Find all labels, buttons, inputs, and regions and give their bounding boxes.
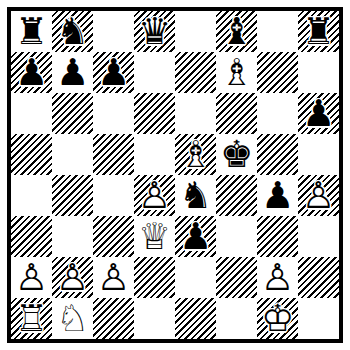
piece-fill-glyph: ♜ <box>298 11 339 52</box>
piece-fill-glyph: ♟ <box>298 93 339 134</box>
square-f4[interactable] <box>216 175 257 216</box>
square-h2[interactable] <box>298 257 339 298</box>
piece-black-pawn[interactable]: ♟ <box>11 52 52 93</box>
square-a3[interactable] <box>11 216 52 257</box>
piece-outline-glyph: ♙ <box>52 257 93 298</box>
square-b2[interactable]: ♟♙ <box>52 257 93 298</box>
square-e7[interactable] <box>175 52 216 93</box>
square-d1[interactable] <box>134 298 175 339</box>
square-a2[interactable]: ♟♙ <box>11 257 52 298</box>
square-b4[interactable] <box>52 175 93 216</box>
piece-fill-glyph: ♟ <box>52 52 93 93</box>
square-h1[interactable] <box>298 298 339 339</box>
square-c3[interactable] <box>93 216 134 257</box>
piece-fill-glyph: ♚ <box>216 134 257 175</box>
square-d8[interactable]: ♛ <box>134 11 175 52</box>
square-c4[interactable] <box>93 175 134 216</box>
square-b5[interactable] <box>52 134 93 175</box>
square-c6[interactable] <box>93 93 134 134</box>
piece-fill-glyph: ♜ <box>11 11 52 52</box>
square-c5[interactable] <box>93 134 134 175</box>
square-f8[interactable]: ♝ <box>216 11 257 52</box>
piece-black-bishop[interactable]: ♝ <box>216 11 257 52</box>
piece-fill-glyph: ♝ <box>216 11 257 52</box>
square-g8[interactable] <box>257 11 298 52</box>
square-b8[interactable]: ♞ <box>52 11 93 52</box>
square-e4[interactable]: ♞ <box>175 175 216 216</box>
piece-outline-glyph: ♙ <box>134 175 175 216</box>
square-h6[interactable]: ♟ <box>298 93 339 134</box>
square-f3[interactable] <box>216 216 257 257</box>
piece-white-pawn[interactable]: ♟♙ <box>298 175 339 216</box>
piece-white-king[interactable]: ♚♔ <box>257 298 298 339</box>
piece-outline-glyph: ♔ <box>257 298 298 339</box>
square-b7[interactable]: ♟ <box>52 52 93 93</box>
piece-fill-glyph: ♛ <box>134 11 175 52</box>
square-f7[interactable]: ♝♗ <box>216 52 257 93</box>
piece-outline-glyph: ♗ <box>216 52 257 93</box>
square-f5[interactable]: ♚ <box>216 134 257 175</box>
square-h5[interactable] <box>298 134 339 175</box>
piece-fill-glyph: ♟ <box>175 216 216 257</box>
square-d4[interactable]: ♟♙ <box>134 175 175 216</box>
square-c7[interactable]: ♟ <box>93 52 134 93</box>
piece-black-pawn[interactable]: ♟ <box>175 216 216 257</box>
piece-outline-glyph: ♖ <box>11 298 52 339</box>
square-h4[interactable]: ♟♙ <box>298 175 339 216</box>
piece-white-bishop[interactable]: ♝♗ <box>175 134 216 175</box>
square-h3[interactable] <box>298 216 339 257</box>
square-g4[interactable]: ♟ <box>257 175 298 216</box>
piece-white-bishop[interactable]: ♝♗ <box>216 52 257 93</box>
piece-fill-glyph: ♟ <box>11 52 52 93</box>
piece-outline-glyph: ♙ <box>93 257 134 298</box>
piece-fill-glyph: ♞ <box>52 11 93 52</box>
piece-white-pawn[interactable]: ♟♙ <box>11 257 52 298</box>
square-e3[interactable]: ♟ <box>175 216 216 257</box>
chess-diagram: ♜♞♛♝♜♟♟♟♝♗♟♝♗♚♟♙♞♟♟♙♛♕♟♟♙♟♙♟♙♟♙♜♖♞♘♚♔ <box>0 0 350 350</box>
piece-fill-glyph: ♞ <box>175 175 216 216</box>
square-h7[interactable] <box>298 52 339 93</box>
square-e1[interactable] <box>175 298 216 339</box>
piece-white-knight[interactable]: ♞♘ <box>52 298 93 339</box>
piece-outline-glyph: ♙ <box>257 257 298 298</box>
square-h8[interactable]: ♜ <box>298 11 339 52</box>
square-c2[interactable]: ♟♙ <box>93 257 134 298</box>
piece-outline-glyph: ♕ <box>134 216 175 257</box>
piece-fill-glyph: ♟ <box>93 52 134 93</box>
square-f2[interactable] <box>216 257 257 298</box>
square-g5[interactable] <box>257 134 298 175</box>
piece-black-pawn[interactable]: ♟ <box>52 52 93 93</box>
square-c8[interactable] <box>93 11 134 52</box>
square-d3[interactable]: ♛♕ <box>134 216 175 257</box>
piece-white-pawn[interactable]: ♟♙ <box>52 257 93 298</box>
square-g3[interactable] <box>257 216 298 257</box>
piece-outline-glyph: ♗ <box>175 134 216 175</box>
piece-black-knight[interactable]: ♞ <box>175 175 216 216</box>
square-d6[interactable] <box>134 93 175 134</box>
piece-outline-glyph: ♙ <box>11 257 52 298</box>
piece-white-queen[interactable]: ♛♕ <box>134 216 175 257</box>
square-a8[interactable]: ♜ <box>11 11 52 52</box>
square-a5[interactable] <box>11 134 52 175</box>
square-d2[interactable] <box>134 257 175 298</box>
square-d7[interactable] <box>134 52 175 93</box>
square-a7[interactable]: ♟ <box>11 52 52 93</box>
piece-black-rook[interactable]: ♜ <box>11 11 52 52</box>
square-e8[interactable] <box>175 11 216 52</box>
square-a4[interactable] <box>11 175 52 216</box>
piece-white-pawn[interactable]: ♟♙ <box>257 257 298 298</box>
piece-black-pawn[interactable]: ♟ <box>257 175 298 216</box>
square-f6[interactable] <box>216 93 257 134</box>
square-d5[interactable] <box>134 134 175 175</box>
square-f1[interactable] <box>216 298 257 339</box>
square-g1[interactable]: ♚♔ <box>257 298 298 339</box>
square-b6[interactable] <box>52 93 93 134</box>
square-c1[interactable] <box>93 298 134 339</box>
square-b3[interactable] <box>52 216 93 257</box>
board-frame: ♜♞♛♝♜♟♟♟♝♗♟♝♗♚♟♙♞♟♟♙♛♕♟♟♙♟♙♟♙♟♙♜♖♞♘♚♔ <box>7 7 343 343</box>
square-b1[interactable]: ♞♘ <box>52 298 93 339</box>
piece-black-pawn[interactable]: ♟ <box>298 93 339 134</box>
piece-white-rook[interactable]: ♜♖ <box>11 298 52 339</box>
piece-outline-glyph: ♙ <box>298 175 339 216</box>
square-e2[interactable] <box>175 257 216 298</box>
piece-black-rook[interactable]: ♜ <box>298 11 339 52</box>
piece-white-pawn[interactable]: ♟♙ <box>134 175 175 216</box>
piece-black-knight[interactable]: ♞ <box>52 11 93 52</box>
square-e6[interactable] <box>175 93 216 134</box>
piece-white-pawn[interactable]: ♟♙ <box>93 257 134 298</box>
piece-fill-glyph: ♟ <box>257 175 298 216</box>
square-a1[interactable]: ♜♖ <box>11 298 52 339</box>
square-g7[interactable] <box>257 52 298 93</box>
piece-outline-glyph: ♘ <box>52 298 93 339</box>
square-g6[interactable] <box>257 93 298 134</box>
square-a6[interactable] <box>11 93 52 134</box>
piece-black-king[interactable]: ♚ <box>216 134 257 175</box>
square-g2[interactable]: ♟♙ <box>257 257 298 298</box>
chessboard: ♜♞♛♝♜♟♟♟♝♗♟♝♗♚♟♙♞♟♟♙♛♕♟♟♙♟♙♟♙♟♙♜♖♞♘♚♔ <box>11 11 339 339</box>
piece-black-pawn[interactable]: ♟ <box>93 52 134 93</box>
square-e5[interactable]: ♝♗ <box>175 134 216 175</box>
piece-black-queen[interactable]: ♛ <box>134 11 175 52</box>
